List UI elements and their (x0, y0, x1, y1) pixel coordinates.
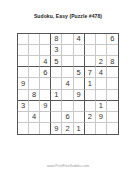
cell-r9-c7 (85, 123, 96, 134)
cell-r4-c1 (18, 67, 29, 78)
cell-r7-c3: 9 (40, 101, 51, 112)
cell-r3-c3: 4 (40, 56, 51, 67)
cell-r3-c9: 8 (107, 56, 118, 67)
cell-r5-c3 (40, 78, 51, 89)
cell-r2-c2 (29, 45, 40, 56)
cell-r3-c2 (29, 56, 40, 67)
cell-r3-c6 (74, 56, 85, 67)
cell-r5-c5: 4 (62, 78, 73, 89)
cell-r1-c9: 6 (107, 34, 118, 45)
cell-r2-c6 (74, 45, 85, 56)
cell-r9-c2 (29, 123, 40, 134)
cell-r4-c8: 4 (96, 67, 107, 78)
cell-r7-c4 (51, 101, 62, 112)
cell-r5-c9 (107, 78, 118, 89)
cell-r2-c9 (107, 45, 118, 56)
sudoku-grid: 8463452865749418193914629921 (17, 33, 119, 135)
cell-r8-c8: 9 (96, 112, 107, 123)
cell-r2-c1 (18, 45, 29, 56)
cell-r8-c7: 2 (85, 112, 96, 123)
cell-r8-c2: 4 (29, 112, 40, 123)
cell-r6-c4: 1 (51, 90, 62, 101)
cell-r2-c7 (85, 45, 96, 56)
cell-r1-c4: 8 (51, 34, 62, 45)
cell-r9-c3 (40, 123, 51, 134)
cell-r2-c4: 3 (51, 45, 62, 56)
cell-r4-c2 (29, 67, 40, 78)
cell-r8-c5: 6 (62, 112, 73, 123)
cell-r9-c8 (96, 123, 107, 134)
cell-r5-c4 (51, 78, 62, 89)
cell-r9-c5: 2 (62, 123, 73, 134)
cell-r6-c2: 8 (29, 90, 40, 101)
cell-r6-c3 (40, 90, 51, 101)
cell-r3-c5 (62, 56, 73, 67)
cell-r7-c7 (85, 101, 96, 112)
cell-r7-c8: 1 (96, 101, 107, 112)
footer-url: www.PrintFreeSudoku.com (0, 164, 136, 168)
cell-r6-c1 (18, 90, 29, 101)
cell-r5-c6 (74, 78, 85, 89)
cell-r9-c6: 1 (74, 123, 85, 134)
sudoku-page: Sudoku, Easy (Puzzle #478) 8463452865749… (0, 0, 136, 176)
cell-r8-c3 (40, 112, 51, 123)
cell-r9-c9 (107, 123, 118, 134)
cell-r6-c5 (62, 90, 73, 101)
cell-r9-c4: 9 (51, 123, 62, 134)
cell-r1-c7 (85, 34, 96, 45)
cell-r1-c8 (96, 34, 107, 45)
cell-r5-c2 (29, 78, 40, 89)
cell-r3-c7 (85, 56, 96, 67)
cell-r2-c5 (62, 45, 73, 56)
cell-r8-c6 (74, 112, 85, 123)
cell-r1-c5 (62, 34, 73, 45)
cell-r1-c3 (40, 34, 51, 45)
cell-r7-c9 (107, 101, 118, 112)
cell-r8-c1 (18, 112, 29, 123)
cell-r8-c4 (51, 112, 62, 123)
cell-r1-c1 (18, 34, 29, 45)
cell-r3-c1 (18, 56, 29, 67)
cell-r6-c9 (107, 90, 118, 101)
cell-r7-c1: 3 (18, 101, 29, 112)
cell-r2-c8 (96, 45, 107, 56)
cell-r7-c5 (62, 101, 73, 112)
cell-r5-c1: 9 (18, 78, 29, 89)
cell-r1-c2 (29, 34, 40, 45)
cell-r8-c9 (107, 112, 118, 123)
cell-r5-c8 (96, 78, 107, 89)
cell-r3-c8: 2 (96, 56, 107, 67)
page-title: Sudoku, Easy (Puzzle #478) (0, 13, 136, 19)
cell-r6-c7 (85, 90, 96, 101)
cell-r6-c6: 9 (74, 90, 85, 101)
cell-r7-c6 (74, 101, 85, 112)
cell-r3-c4: 5 (51, 56, 62, 67)
cell-r2-c3 (40, 45, 51, 56)
cell-r4-c4 (51, 67, 62, 78)
cell-r9-c1 (18, 123, 29, 134)
cell-r4-c5 (62, 67, 73, 78)
cell-r6-c8 (96, 90, 107, 101)
cell-r4-c6: 5 (74, 67, 85, 78)
cell-r4-c7: 7 (85, 67, 96, 78)
cell-r4-c3: 6 (40, 67, 51, 78)
cell-r4-c9 (107, 67, 118, 78)
cell-r1-c6: 4 (74, 34, 85, 45)
cell-r5-c7: 1 (85, 78, 96, 89)
cell-r7-c2 (29, 101, 40, 112)
